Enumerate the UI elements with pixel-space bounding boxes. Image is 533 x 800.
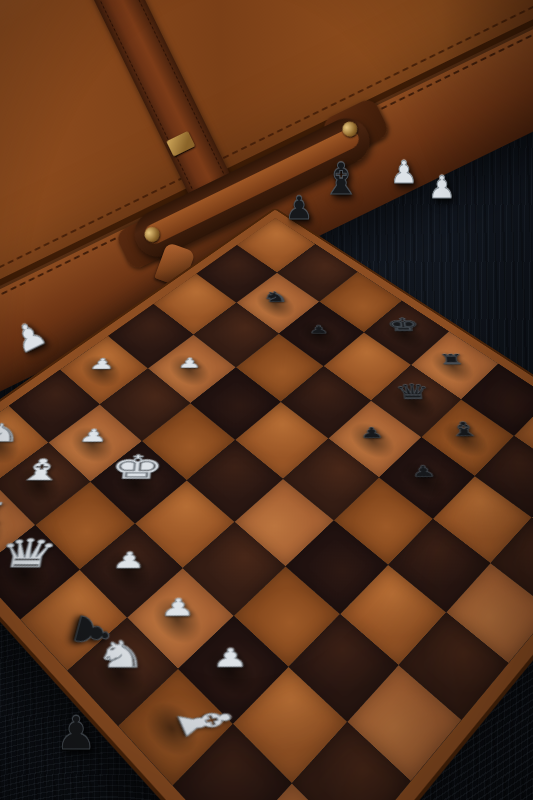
piece-white-rook[interactable]: ♜: [0, 500, 11, 529]
piece-shadow: [95, 542, 160, 602]
piece-white-pawn[interactable]: ♟: [159, 596, 196, 620]
piece-black-bishop[interactable]: ♝: [446, 420, 482, 439]
piece-black-queen[interactable]: ♛: [393, 382, 431, 402]
captured-piece-black-pawn[interactable]: ♟: [55, 710, 96, 756]
piece-white-king[interactable]: ♚: [108, 451, 166, 484]
captured-piece-white-pawn[interactable]: ♟: [390, 157, 418, 188]
photo-scene: ♚♜♞♟♛♝♟♟♟♟♟♚♞♝♟♟♟♜♛♞♝ ♟♟♝♟♟♟♟: [0, 0, 533, 800]
piece-white-pawn[interactable]: ♟: [88, 357, 116, 372]
piece-black-pawn[interactable]: ♟: [410, 464, 437, 479]
piece-black-pawn[interactable]: ♟: [359, 426, 384, 440]
piece-shadow: [136, 692, 209, 767]
piece-white-bishop[interactable]: ♝: [14, 456, 67, 485]
piece-white-pawn[interactable]: ♟: [77, 427, 109, 444]
piece-white-pawn[interactable]: ♟: [211, 646, 249, 672]
piece-black-king[interactable]: ♚: [386, 316, 421, 334]
piece-white-pawn[interactable]: ♟: [111, 550, 148, 572]
piece-black-rook[interactable]: ♜: [438, 353, 465, 367]
piece-black-pawn[interactable]: ♟: [308, 324, 329, 335]
captured-piece-white-pawn[interactable]: ♟: [428, 172, 456, 203]
piece-shadow: [143, 588, 211, 652]
piece-white-knight[interactable]: ♞: [0, 421, 25, 446]
captured-piece-black-bishop[interactable]: ♝: [321, 157, 360, 201]
piece-black-knight[interactable]: ♞: [262, 290, 289, 304]
captured-piece-black-pawn[interactable]: ♟: [285, 192, 314, 224]
piece-white-pawn[interactable]: ♟: [177, 356, 202, 370]
